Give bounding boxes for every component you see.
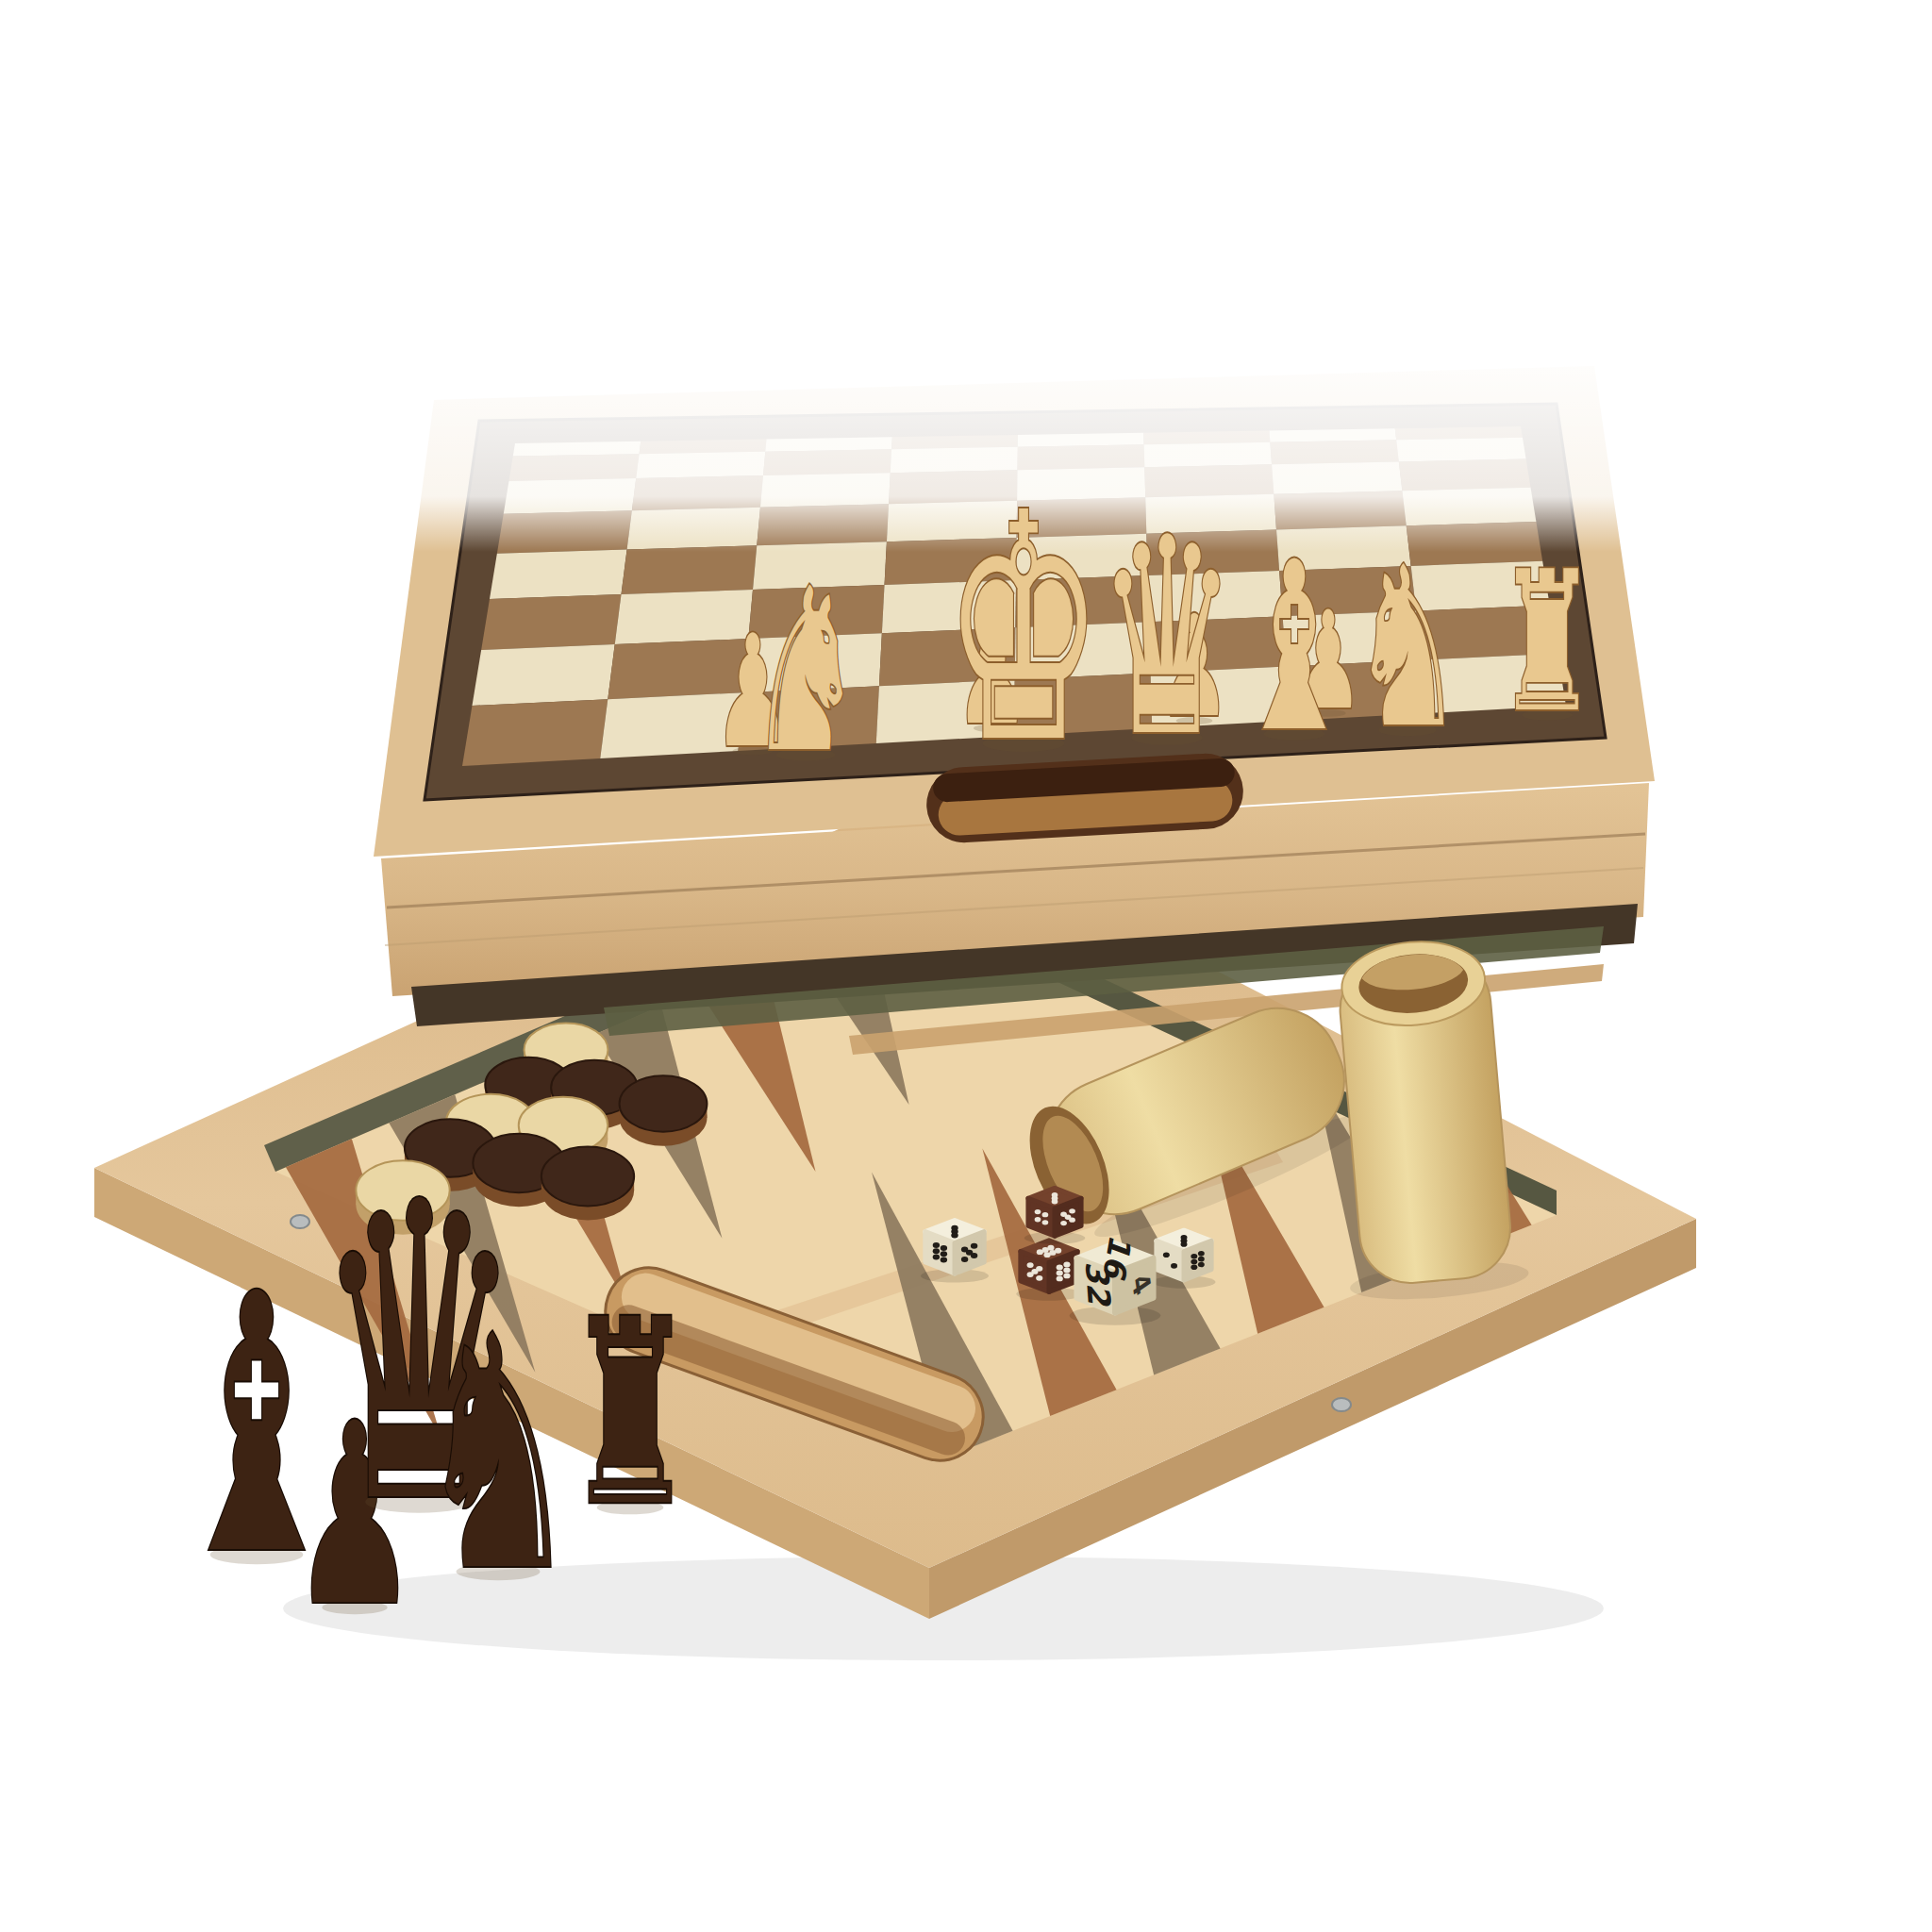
square-a3[interactable] [481,594,621,650]
white-die-2[interactable] [1152,1230,1215,1289]
checker-dark[interactable] [541,1147,634,1221]
artwork-canvas: ♟♟♟♟♞♚♛♝♞♜ 16324 ♝♟♛♞♜ [0,0,1932,1932]
square-a2[interactable] [472,644,614,706]
brown-die-lower[interactable] [1016,1241,1082,1301]
brown-die-upper[interactable] [1024,1188,1086,1243]
dark-knight[interactable]: ♞ [416,1268,580,1641]
game-set-photo: ♟♟♟♟♞♚♛♝♞♜ 16324 ♝♟♛♞♜ [0,0,1932,1932]
white-queen-e3[interactable]: ♛ [1097,479,1236,796]
white-knight-g3[interactable]: ♞ [1351,519,1463,776]
magnet-dot [1332,1398,1351,1411]
white-rook-h3[interactable]: ♜ [1498,529,1597,754]
dark-rook[interactable]: ♜ [565,1265,695,1562]
checker-dark[interactable] [620,1075,708,1145]
white-knight-c3[interactable]: ♞ [748,540,863,803]
white-king-d3[interactable]: ♚ [943,447,1104,812]
white-bishop-f3[interactable]: ♝ [1235,511,1354,783]
square-a1[interactable] [462,699,608,766]
white-die-1[interactable] [921,1221,989,1283]
